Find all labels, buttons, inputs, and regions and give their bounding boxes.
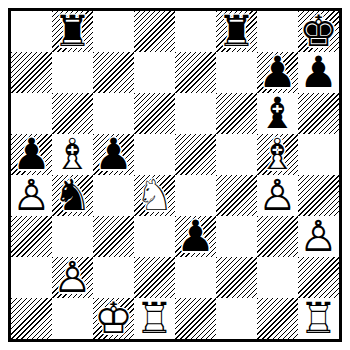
square-g5[interactable]: ♝♗ [257,134,298,175]
black-rook-piece: ♜♜ [216,11,257,52]
square-a5[interactable]: ♟♟ [11,134,52,175]
white-king-backing: ♚ [93,298,134,339]
square-c3[interactable] [93,216,134,257]
square-d3[interactable] [134,216,175,257]
white-king-icon: ♔ [93,298,134,339]
white-pawn-piece: ♟♙ [298,216,339,257]
square-c8[interactable] [93,11,134,52]
square-h1[interactable]: ♜♖ [298,298,339,339]
square-c1[interactable]: ♚♔ [93,298,134,339]
square-b8[interactable]: ♜♜ [52,11,93,52]
white-pawn-backing: ♟ [52,257,93,298]
white-pawn-icon: ♙ [52,257,93,298]
white-king-piece: ♚♔ [93,298,134,339]
square-f8[interactable]: ♜♜ [216,11,257,52]
black-pawn-backing: ♟ [175,216,216,257]
black-knight-backing: ♞ [52,175,93,216]
square-e8[interactable] [175,11,216,52]
square-d1[interactable]: ♜♖ [134,298,175,339]
black-pawn-backing: ♟ [93,134,134,175]
square-g3[interactable] [257,216,298,257]
white-pawn-piece: ♟♙ [257,175,298,216]
black-rook-piece: ♜♜ [52,11,93,52]
square-d6[interactable] [134,93,175,134]
square-c7[interactable] [93,52,134,93]
square-f6[interactable] [216,93,257,134]
white-knight-icon: ♘ [134,175,175,216]
square-d8[interactable] [134,11,175,52]
black-pawn-icon: ♟ [298,52,339,93]
square-c4[interactable] [93,175,134,216]
black-king-piece: ♚♚ [298,11,339,52]
square-d5[interactable] [134,134,175,175]
square-b1[interactable] [52,298,93,339]
square-f5[interactable] [216,134,257,175]
black-king-icon: ♚ [298,11,339,52]
square-h6[interactable] [298,93,339,134]
black-knight-icon: ♞ [52,175,93,216]
white-rook-backing: ♜ [298,298,339,339]
square-h5[interactable] [298,134,339,175]
square-a4[interactable]: ♟♙ [11,175,52,216]
square-e3[interactable]: ♟♟ [175,216,216,257]
black-king-backing: ♚ [298,11,339,52]
square-b4[interactable]: ♞♞ [52,175,93,216]
white-pawn-backing: ♟ [11,175,52,216]
black-pawn-piece: ♟♟ [298,52,339,93]
white-rook-piece: ♜♖ [298,298,339,339]
chess-diagram-page: ♜♜♜♜♚♚♟♟♟♟♝♝♟♟♝♗♟♟♝♗♟♙♞♞♞♘♟♙♟♟♟♙♟♙♚♔♜♖♜♖ [0,0,350,350]
white-pawn-icon: ♙ [298,216,339,257]
black-pawn-backing: ♟ [257,52,298,93]
square-h8[interactable]: ♚♚ [298,11,339,52]
white-pawn-backing: ♟ [298,216,339,257]
white-rook-piece: ♜♖ [134,298,175,339]
square-b5[interactable]: ♝♗ [52,134,93,175]
black-pawn-piece: ♟♟ [257,52,298,93]
square-b7[interactable] [52,52,93,93]
square-e5[interactable] [175,134,216,175]
white-knight-piece: ♞♘ [134,175,175,216]
white-pawn-icon: ♙ [11,175,52,216]
square-h4[interactable] [298,175,339,216]
chess-board: ♜♜♜♜♚♚♟♟♟♟♝♝♟♟♝♗♟♟♝♗♟♙♞♞♞♘♟♙♟♟♟♙♟♙♚♔♜♖♜♖ [11,11,339,339]
black-pawn-piece: ♟♟ [93,134,134,175]
square-g4[interactable]: ♟♙ [257,175,298,216]
square-e1[interactable] [175,298,216,339]
square-g6[interactable]: ♝♝ [257,93,298,134]
square-b2[interactable]: ♟♙ [52,257,93,298]
black-pawn-piece: ♟♟ [11,134,52,175]
black-pawn-backing: ♟ [11,134,52,175]
square-h3[interactable]: ♟♙ [298,216,339,257]
white-pawn-icon: ♙ [257,175,298,216]
black-rook-icon: ♜ [52,11,93,52]
white-bishop-piece: ♝♗ [52,134,93,175]
black-rook-backing: ♜ [52,11,93,52]
square-c6[interactable] [93,93,134,134]
square-g7[interactable]: ♟♟ [257,52,298,93]
square-a2[interactable] [11,257,52,298]
square-g2[interactable] [257,257,298,298]
black-bishop-icon: ♝ [257,93,298,134]
square-f4[interactable] [216,175,257,216]
square-b6[interactable] [52,93,93,134]
white-pawn-piece: ♟♙ [11,175,52,216]
square-f2[interactable] [216,257,257,298]
square-e2[interactable] [175,257,216,298]
black-rook-backing: ♜ [216,11,257,52]
square-d4[interactable]: ♞♘ [134,175,175,216]
black-pawn-backing: ♟ [298,52,339,93]
black-pawn-piece: ♟♟ [175,216,216,257]
black-pawn-icon: ♟ [93,134,134,175]
square-c2[interactable] [93,257,134,298]
square-e6[interactable] [175,93,216,134]
black-rook-icon: ♜ [216,11,257,52]
white-bishop-icon: ♗ [257,134,298,175]
chess-board-frame: ♜♜♜♜♚♚♟♟♟♟♝♝♟♟♝♗♟♟♝♗♟♙♞♞♞♘♟♙♟♟♟♙♟♙♚♔♜♖♜♖ [8,8,342,342]
white-knight-backing: ♞ [134,175,175,216]
white-bishop-backing: ♝ [52,134,93,175]
square-f7[interactable] [216,52,257,93]
square-c5[interactable]: ♟♟ [93,134,134,175]
square-b3[interactable] [52,216,93,257]
square-h2[interactable] [298,257,339,298]
square-a1[interactable] [11,298,52,339]
white-pawn-piece: ♟♙ [52,257,93,298]
square-d2[interactable] [134,257,175,298]
white-bishop-piece: ♝♗ [257,134,298,175]
white-pawn-backing: ♟ [257,175,298,216]
square-g8[interactable] [257,11,298,52]
square-a8[interactable] [11,11,52,52]
square-f1[interactable] [216,298,257,339]
square-e7[interactable] [175,52,216,93]
black-bishop-piece: ♝♝ [257,93,298,134]
black-pawn-icon: ♟ [257,52,298,93]
square-h7[interactable]: ♟♟ [298,52,339,93]
white-bishop-icon: ♗ [52,134,93,175]
black-bishop-backing: ♝ [257,93,298,134]
square-g1[interactable] [257,298,298,339]
square-a7[interactable] [11,52,52,93]
square-f3[interactable] [216,216,257,257]
black-pawn-icon: ♟ [175,216,216,257]
black-knight-piece: ♞♞ [52,175,93,216]
white-bishop-backing: ♝ [257,134,298,175]
white-rook-icon: ♖ [298,298,339,339]
square-a6[interactable] [11,93,52,134]
square-d7[interactable] [134,52,175,93]
white-rook-icon: ♖ [134,298,175,339]
square-e4[interactable] [175,175,216,216]
white-rook-backing: ♜ [134,298,175,339]
black-pawn-icon: ♟ [11,134,52,175]
square-a3[interactable] [11,216,52,257]
